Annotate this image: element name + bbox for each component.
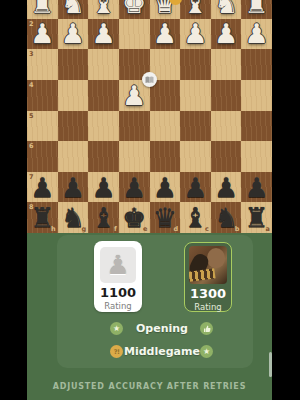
player-card-self[interactable]: ♟ 1100 Rating bbox=[94, 241, 142, 312]
player-photo bbox=[207, 248, 225, 268]
thumbs-up-icon bbox=[203, 325, 211, 333]
square-e6[interactable] bbox=[119, 141, 150, 172]
white-pawn[interactable]: ♟ bbox=[88, 19, 119, 50]
square-d6[interactable] bbox=[150, 141, 181, 172]
square-c7[interactable]: ♟ bbox=[180, 172, 211, 203]
white-knight[interactable]: ♞ bbox=[58, 0, 89, 19]
square-g4[interactable] bbox=[58, 80, 89, 111]
square-a8[interactable]: a♜ bbox=[241, 202, 272, 233]
file-coordinate: e bbox=[143, 225, 147, 233]
square-b2[interactable]: ♟ bbox=[211, 19, 242, 50]
game-review-section: ♟ 1100 Rating 1300 Rating ★ Opening bbox=[27, 233, 272, 400]
square-a2[interactable]: ♟ bbox=[241, 19, 272, 50]
white-knight[interactable]: ♞ bbox=[211, 0, 242, 19]
square-a6[interactable] bbox=[241, 141, 272, 172]
square-g6[interactable] bbox=[58, 141, 89, 172]
square-b8[interactable]: b♞ bbox=[211, 202, 242, 233]
file-coordinate: g bbox=[82, 225, 87, 233]
square-h6[interactable]: 6 bbox=[27, 141, 58, 172]
star-badge: ★ bbox=[200, 345, 213, 358]
square-c6[interactable] bbox=[180, 141, 211, 172]
square-f2[interactable]: ♟ bbox=[88, 19, 119, 50]
file-coordinate: d bbox=[173, 225, 178, 233]
square-h2[interactable]: 2♟ bbox=[27, 19, 58, 50]
adjusted-accuracy-caption: ADJUSTED ACCURACY AFTER RETRIES bbox=[27, 382, 272, 391]
player-rating: 1100 bbox=[94, 285, 142, 301]
square-c1[interactable]: ♝ bbox=[180, 0, 211, 19]
square-c5[interactable] bbox=[180, 111, 211, 142]
white-rook[interactable]: ♜ bbox=[241, 0, 272, 19]
white-bishop[interactable]: ♝ bbox=[180, 0, 211, 19]
avatar: ♟ bbox=[100, 247, 136, 283]
square-d7[interactable]: ♟ bbox=[150, 172, 181, 203]
square-c3[interactable] bbox=[180, 49, 211, 80]
square-h5[interactable]: 5 bbox=[27, 111, 58, 142]
square-b6[interactable] bbox=[211, 141, 242, 172]
square-f6[interactable] bbox=[88, 141, 119, 172]
square-b4[interactable] bbox=[211, 80, 242, 111]
square-e7[interactable]: ♟ bbox=[119, 172, 150, 203]
book-move-badge bbox=[142, 72, 157, 87]
white-pawn[interactable]: ♟ bbox=[180, 19, 211, 50]
square-b1[interactable]: ♞ bbox=[211, 0, 242, 19]
black-pawn[interactable]: ♟ bbox=[241, 172, 272, 203]
square-h7[interactable]: 7♟ bbox=[27, 172, 58, 203]
black-pawn[interactable]: ♟ bbox=[58, 172, 89, 203]
phase-row-middlegame: ?! Middlegame ★ bbox=[27, 345, 272, 359]
black-pawn[interactable]: ♟ bbox=[180, 172, 211, 203]
black-pawn[interactable]: ♟ bbox=[119, 172, 150, 203]
gray-pawn-icon: ♟ bbox=[106, 252, 129, 278]
square-g3[interactable] bbox=[58, 49, 89, 80]
black-pawn[interactable]: ♟ bbox=[88, 172, 119, 203]
file-coordinate: f bbox=[114, 225, 117, 233]
square-a7[interactable]: ♟ bbox=[241, 172, 272, 203]
white-pawn[interactable]: ♟ bbox=[58, 19, 89, 50]
square-h1[interactable]: 1♜ bbox=[27, 0, 58, 19]
white-king[interactable]: ♚ bbox=[119, 0, 150, 19]
black-pawn[interactable]: ♟ bbox=[211, 172, 242, 203]
square-e5[interactable] bbox=[119, 111, 150, 142]
square-b7[interactable]: ♟ bbox=[211, 172, 242, 203]
app-column: 1♜♞♝♚♛♝♞♜2♟♟♟♟♟♟♟34♟567♟♟♟♟♟♟♟♟8h♜g♞f♝e♚… bbox=[27, 0, 272, 400]
file-coordinate: c bbox=[205, 225, 209, 233]
file-coordinate: a bbox=[266, 225, 270, 233]
open-book-icon bbox=[145, 76, 154, 84]
white-pawn[interactable]: ♟ bbox=[150, 19, 181, 50]
black-pawn[interactable]: ♟ bbox=[150, 172, 181, 203]
square-g8[interactable]: g♞ bbox=[58, 202, 89, 233]
square-c8[interactable]: c♝ bbox=[180, 202, 211, 233]
scrollbar-thumb[interactable] bbox=[269, 352, 272, 377]
thumbs-up-badge bbox=[200, 322, 213, 335]
square-e1[interactable]: ♚ bbox=[119, 0, 150, 19]
square-d2[interactable]: ♟ bbox=[150, 19, 181, 50]
rank-coordinate: 3 bbox=[29, 50, 34, 58]
square-e8[interactable]: e♚ bbox=[119, 202, 150, 233]
square-a3[interactable] bbox=[241, 49, 272, 80]
square-f1[interactable]: ♝ bbox=[88, 0, 119, 19]
rank-coordinate: 5 bbox=[29, 112, 34, 120]
rating-label: Rating bbox=[185, 302, 231, 313]
square-f4[interactable] bbox=[88, 80, 119, 111]
square-h8[interactable]: 8h♜ bbox=[27, 202, 58, 233]
player-rating: 1300 bbox=[185, 286, 231, 302]
square-d8[interactable]: d♛ bbox=[150, 202, 181, 233]
square-c4[interactable] bbox=[180, 80, 211, 111]
white-rook[interactable]: ♜ bbox=[27, 0, 58, 19]
file-coordinate: b bbox=[235, 225, 240, 233]
square-f3[interactable] bbox=[88, 49, 119, 80]
player-card-opponent[interactable]: 1300 Rating bbox=[184, 242, 232, 312]
square-g5[interactable] bbox=[58, 111, 89, 142]
square-h4[interactable]: 4 bbox=[27, 80, 58, 111]
square-f5[interactable] bbox=[88, 111, 119, 142]
square-h3[interactable]: 3 bbox=[27, 49, 58, 80]
square-a1[interactable]: ♜ bbox=[241, 0, 272, 19]
rank-coordinate: 6 bbox=[29, 142, 34, 150]
square-f8[interactable]: f♝ bbox=[88, 202, 119, 233]
white-bishop[interactable]: ♝ bbox=[88, 0, 119, 19]
square-g2[interactable]: ♟ bbox=[58, 19, 89, 50]
avatar bbox=[189, 246, 227, 284]
rank-coordinate: 2 bbox=[29, 20, 34, 28]
file-coordinate: h bbox=[51, 225, 56, 233]
square-b3[interactable] bbox=[211, 49, 242, 80]
square-b5[interactable] bbox=[211, 111, 242, 142]
rating-label: Rating bbox=[94, 301, 142, 312]
white-pawn[interactable]: ♟ bbox=[241, 19, 272, 50]
square-e2[interactable] bbox=[119, 19, 150, 50]
square-f7[interactable]: ♟ bbox=[88, 172, 119, 203]
white-pawn[interactable]: ♟ bbox=[211, 19, 242, 50]
phase-row-opening: ★ Opening bbox=[27, 322, 272, 336]
square-c2[interactable]: ♟ bbox=[180, 19, 211, 50]
phase-label: Middlegame bbox=[117, 345, 207, 358]
square-a5[interactable] bbox=[241, 111, 272, 142]
rank-coordinate: 4 bbox=[29, 81, 34, 89]
square-g7[interactable]: ♟ bbox=[58, 172, 89, 203]
rank-coordinate: 7 bbox=[29, 173, 34, 181]
square-d5[interactable] bbox=[150, 111, 181, 142]
square-g1[interactable]: ♞ bbox=[58, 0, 89, 19]
rank-coordinate: 8 bbox=[29, 203, 34, 211]
square-a4[interactable] bbox=[241, 80, 272, 111]
board-grid: 1♜♞♝♚♛♝♞♜2♟♟♟♟♟♟♟34♟567♟♟♟♟♟♟♟♟8h♜g♞f♝e♚… bbox=[27, 0, 272, 233]
phase-label: Opening bbox=[117, 322, 207, 335]
chess-board: 1♜♞♝♚♛♝♞♜2♟♟♟♟♟♟♟34♟567♟♟♟♟♟♟♟♟8h♜g♞f♝e♚… bbox=[27, 0, 272, 233]
